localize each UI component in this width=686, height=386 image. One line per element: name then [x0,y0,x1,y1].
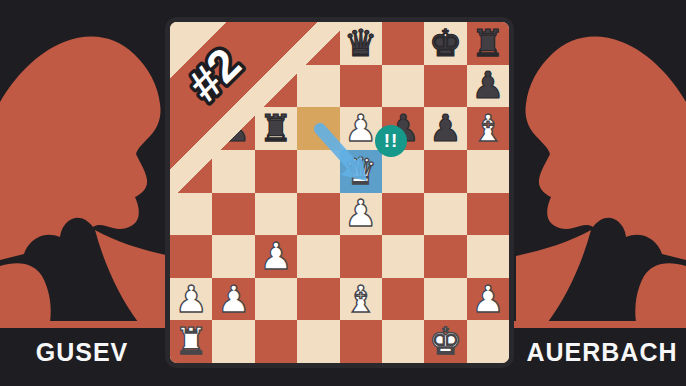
square-e8: ♛ [340,22,382,65]
square-c7 [255,65,297,108]
square-a6 [170,107,212,150]
square-b1 [212,320,254,363]
square-b8 [212,22,254,65]
square-e6: ♟ [340,107,382,150]
square-g8: ♚ [424,22,466,65]
square-g2 [424,278,466,321]
square-b5 [212,150,254,193]
square-a3 [170,235,212,278]
piece-black-king-g8: ♚ [429,25,462,62]
square-a7 [170,65,212,108]
square-g6: ♟ [424,107,466,150]
square-d4 [297,193,339,236]
thumbnail-stage: GUSEV AUERBACH ♛♚♜♟♟♜♟♟♟♝♛♟♟♟♟♝♟♜♚ #2 !! [0,0,686,386]
square-h8: ♜ [467,22,509,65]
square-h1 [467,320,509,363]
square-c5 [255,150,297,193]
piece-white-king-g1: ♚ [429,323,462,360]
piece-black-pawn-f6: ♟ [386,110,419,147]
square-g5 [424,150,466,193]
square-c2 [255,278,297,321]
square-f1 [382,320,424,363]
square-b6: ♟ [212,107,254,150]
left-player-silhouette [0,20,170,322]
square-e5: ♛ [340,150,382,193]
piece-black-pawn-b6: ♟ [217,110,250,147]
square-e4: ♟ [340,193,382,236]
square-f8 [382,22,424,65]
player-name-right: AUERBACH [518,332,686,372]
square-g4 [424,193,466,236]
square-a2: ♟ [170,278,212,321]
square-a5 [170,150,212,193]
square-c3: ♟ [255,235,297,278]
square-d8 [297,22,339,65]
square-g1: ♚ [424,320,466,363]
square-d2 [297,278,339,321]
piece-white-pawn-b2: ♟ [217,281,250,318]
square-f3 [382,235,424,278]
square-d7 [297,65,339,108]
square-a8 [170,22,212,65]
square-e7 [340,65,382,108]
square-a1: ♜ [170,320,212,363]
piece-white-pawn-e6: ♟ [344,110,377,147]
square-h3 [467,235,509,278]
right-player-silhouette [516,20,686,322]
square-d5 [297,150,339,193]
player-name-left: GUSEV [0,332,164,372]
square-e2: ♝ [340,278,382,321]
square-g7 [424,65,466,108]
square-e3 [340,235,382,278]
square-d1 [297,320,339,363]
square-h5 [467,150,509,193]
board-grid: ♛♚♜♟♟♜♟♟♟♝♛♟♟♟♟♝♟♜♚ [170,22,509,363]
square-d6 [297,107,339,150]
square-h7: ♟ [467,65,509,108]
square-c8 [255,22,297,65]
square-h4 [467,193,509,236]
piece-white-pawn-c3: ♟ [259,238,292,275]
square-f7 [382,65,424,108]
piece-white-rook-a1: ♜ [175,323,208,360]
square-d3 [297,235,339,278]
square-h2: ♟ [467,278,509,321]
piece-black-rook-h8: ♜ [471,25,504,62]
piece-white-queen-e5: ♛ [344,153,377,190]
piece-white-bishop-h6: ♝ [471,110,504,147]
piece-black-rook-c6: ♜ [259,110,292,147]
square-c1 [255,320,297,363]
piece-white-bishop-e2: ♝ [344,281,377,318]
square-b3 [212,235,254,278]
square-c6: ♜ [255,107,297,150]
piece-black-pawn-h7: ♟ [471,67,504,104]
piece-black-queen-e8: ♛ [344,25,377,62]
square-b2: ♟ [212,278,254,321]
square-a4 [170,193,212,236]
square-b4 [212,193,254,236]
piece-white-pawn-e4: ♟ [344,195,377,232]
square-g3 [424,235,466,278]
chess-board: ♛♚♜♟♟♜♟♟♟♝♛♟♟♟♟♝♟♜♚ #2 !! [165,17,514,368]
piece-black-pawn-g6: ♟ [429,110,462,147]
piece-white-pawn-a2: ♟ [175,281,208,318]
square-b7 [212,65,254,108]
piece-white-pawn-h2: ♟ [471,281,504,318]
square-f6: ♟ [382,107,424,150]
square-c4 [255,193,297,236]
square-h6: ♝ [467,107,509,150]
square-f5 [382,150,424,193]
square-e1 [340,320,382,363]
square-f2 [382,278,424,321]
square-f4 [382,193,424,236]
